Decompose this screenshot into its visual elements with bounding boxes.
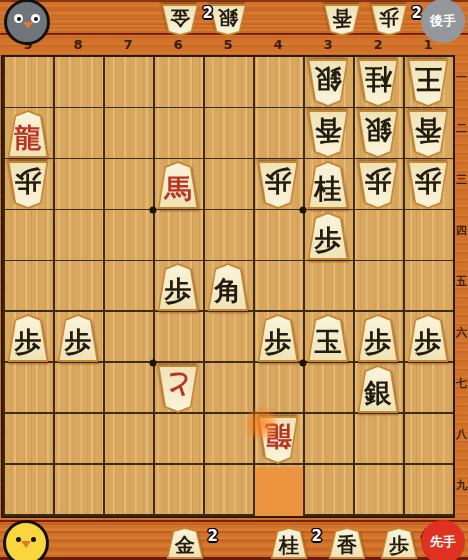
piece-glyph: 歩	[406, 321, 450, 362]
piece-glyph: 桂	[306, 168, 350, 209]
rank-label-7: 七	[455, 376, 468, 391]
piece-glyph: 歩	[156, 270, 200, 311]
piece-glyph: 歩	[356, 161, 400, 202]
board-piece-92-龍[interactable]: 龍	[6, 110, 50, 158]
file-label-8: 8	[53, 37, 103, 52]
file-label-5: 5	[203, 37, 253, 52]
file-label-4: 4	[253, 37, 303, 52]
board-piece-63-馬[interactable]: 馬	[156, 161, 200, 209]
gote-hand-歩[interactable]: 歩2	[369, 4, 409, 36]
board-piece-33-桂[interactable]: 桂	[306, 161, 350, 209]
gote-hand-香[interactable]: 香	[322, 4, 362, 36]
piece-glyph: 銀	[208, 4, 248, 31]
gote-hand-銀[interactable]: 銀	[208, 4, 248, 36]
hand-count: 2	[203, 4, 213, 22]
last-move-highlight-square[interactable]	[255, 467, 304, 517]
board-piece-16-歩[interactable]: 歩	[406, 314, 450, 362]
piece-glyph: 金	[165, 532, 205, 559]
piece-glyph: 歩	[6, 161, 50, 202]
sente-hand-香[interactable]: 香	[327, 527, 367, 559]
file-label-3: 3	[303, 37, 353, 52]
sente-hand-歩[interactable]: 歩4	[379, 527, 419, 559]
piece-glyph: と	[156, 365, 200, 406]
gote-label-badge: 後手	[421, 0, 465, 43]
file-label-6: 6	[153, 37, 203, 52]
sente-bar: 金2桂2香歩4 先手	[0, 520, 468, 560]
hand-count: 2	[312, 527, 322, 545]
piece-glyph: 歩	[369, 4, 409, 31]
piece-glyph: 銀	[306, 59, 350, 100]
board-piece-36-玉[interactable]: 玉	[306, 314, 350, 362]
avatar-eye-icon	[31, 537, 36, 542]
piece-glyph: 歩	[379, 532, 419, 559]
board-piece-26-歩[interactable]: 歩	[356, 314, 400, 362]
board-piece-46-歩[interactable]: 歩	[256, 314, 300, 362]
rank-label-4: 四	[455, 223, 468, 238]
board-piece-23-歩[interactable]: 歩	[356, 161, 400, 209]
rank-label-1: 一	[455, 70, 468, 85]
piece-glyph: 桂	[356, 59, 400, 100]
piece-glyph: 歩	[256, 321, 300, 362]
sente-avatar	[3, 520, 49, 560]
piece-glyph: 香	[327, 532, 367, 559]
file-label-2: 2	[353, 37, 403, 52]
gote-avatar	[4, 0, 50, 45]
board-piece-65-歩[interactable]: 歩	[156, 263, 200, 311]
piece-glyph: 王	[406, 59, 450, 100]
board-piece-55-角[interactable]: 角	[206, 263, 250, 311]
piece-glyph: 香	[322, 4, 362, 31]
piece-glyph: 玉	[306, 321, 350, 362]
avatar-beak-icon	[21, 541, 31, 548]
board-piece-93-歩[interactable]: 歩	[6, 161, 50, 209]
piece-glyph: 桂	[269, 532, 309, 559]
piece-glyph: 歩	[356, 321, 400, 362]
piece-glyph: 龍	[256, 416, 300, 457]
piece-glyph: 歩	[256, 161, 300, 202]
board-piece-21-桂[interactable]: 桂	[356, 59, 400, 107]
board-piece-43-歩[interactable]: 歩	[256, 161, 300, 209]
piece-glyph: 歩	[56, 321, 100, 362]
board-piece-32-香[interactable]: 香	[306, 110, 350, 158]
board-piece-86-歩[interactable]: 歩	[56, 314, 100, 362]
rank-label-5: 五	[455, 274, 468, 289]
board-piece-31-銀[interactable]: 銀	[306, 59, 350, 107]
file-label-7: 7	[103, 37, 153, 52]
board-piece-11-王[interactable]: 王	[406, 59, 450, 107]
sente-hand-桂[interactable]: 桂2	[269, 527, 309, 559]
board-piece-34-歩[interactable]: 歩	[306, 212, 350, 260]
piece-glyph: 馬	[156, 168, 200, 209]
piece-glyph: 歩	[406, 161, 450, 202]
piece-glyph: 歩	[306, 219, 350, 260]
rank-label-2: 二	[455, 121, 468, 136]
piece-glyph: 角	[206, 270, 250, 311]
rank-label-6: 六	[455, 325, 468, 340]
board-piece-22-銀[interactable]: 銀	[356, 110, 400, 158]
rank-label-9: 九	[455, 478, 468, 493]
avatar-eye-icon	[14, 14, 23, 23]
piece-glyph: 金	[160, 4, 200, 31]
rank-label-3: 三	[455, 172, 468, 187]
shogi-app: 金2銀香歩2 後手 987654321 一二三四五六七八九 銀桂王龍香銀香歩馬歩…	[0, 0, 468, 560]
piece-glyph: 銀	[356, 372, 400, 413]
sente-label-badge: 先手	[421, 520, 465, 560]
board-piece-48-龍[interactable]: 龍	[256, 416, 300, 464]
sente-hand-金[interactable]: 金2	[165, 527, 205, 559]
board-piece-96-歩[interactable]: 歩	[6, 314, 50, 362]
gote-hand-金[interactable]: 金2	[160, 4, 200, 36]
shogi-board[interactable]: 銀桂王龍香銀香歩馬歩桂歩歩歩歩角歩歩歩玉歩歩と銀龍	[1, 55, 455, 518]
avatar-beak-icon	[23, 22, 33, 29]
piece-glyph: 香	[406, 110, 450, 151]
piece-glyph: 香	[306, 110, 350, 151]
rank-label-8: 八	[455, 427, 468, 442]
board-piece-13-歩[interactable]: 歩	[406, 161, 450, 209]
piece-glyph: 銀	[356, 110, 400, 151]
board-piece-12-香[interactable]: 香	[406, 110, 450, 158]
piece-glyph: 龍	[6, 117, 50, 158]
gote-bar: 金2銀香歩2 後手	[0, 0, 468, 35]
piece-glyph: 歩	[6, 321, 50, 362]
hand-count: 2	[208, 527, 218, 545]
board-piece-27-銀[interactable]: 銀	[356, 365, 400, 413]
board-piece-67-と[interactable]: と	[156, 365, 200, 413]
